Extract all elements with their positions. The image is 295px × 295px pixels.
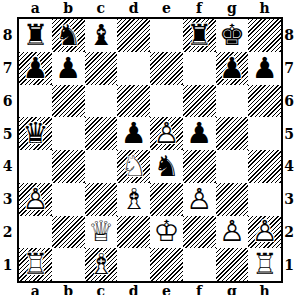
piece-black-rook: ♜ <box>19 19 52 52</box>
piece-white-pawn: ♙ <box>183 183 216 216</box>
rank-label-7: 7 <box>0 52 15 85</box>
rank-label-2: 2 <box>283 216 295 249</box>
piece-white-rook-fill: ♜ <box>248 248 281 281</box>
file-label-f: f <box>183 283 216 295</box>
square-f5[interactable]: ♟ <box>183 117 216 150</box>
file-label-a: a <box>19 0 52 17</box>
square-g7[interactable]: ♟ <box>216 52 249 85</box>
square-g3[interactable] <box>216 183 249 216</box>
file-label-g: g <box>216 0 249 17</box>
square-h6[interactable] <box>248 85 281 118</box>
rank-label-1: 1 <box>283 248 295 281</box>
square-d1[interactable] <box>117 248 150 281</box>
rank-labels-left: 87654321 <box>0 19 15 281</box>
rank-label-1: 1 <box>0 248 15 281</box>
piece-white-rook-fill: ♜ <box>19 248 52 281</box>
square-a7[interactable]: ♟ <box>19 52 52 85</box>
square-a2[interactable] <box>19 216 52 249</box>
rank-label-3: 3 <box>283 183 295 216</box>
square-e1[interactable] <box>150 248 183 281</box>
square-h4[interactable] <box>248 150 281 183</box>
square-b4[interactable] <box>52 150 85 183</box>
piece-black-bishop: ♝ <box>85 19 118 52</box>
piece-black-knight: ♞ <box>150 150 183 183</box>
chess-diagram: abcdefgh 87654321 87654321 abcdefgh ♜♞♝♜… <box>0 0 295 295</box>
file-label-g: g <box>216 283 249 295</box>
square-d4[interactable]: ♞♘ <box>117 150 150 183</box>
piece-white-pawn: ♙ <box>150 117 183 150</box>
file-label-f: f <box>183 0 216 17</box>
piece-black-pawn: ♟ <box>216 52 249 85</box>
square-g8[interactable]: ♚ <box>216 19 249 52</box>
square-c7[interactable] <box>85 52 118 85</box>
square-h1[interactable]: ♜♖ <box>248 248 281 281</box>
square-f8[interactable]: ♜ <box>183 19 216 52</box>
file-labels-top: abcdefgh <box>19 0 281 16</box>
piece-black-king: ♚ <box>216 19 249 52</box>
square-a3[interactable]: ♟♙ <box>19 183 52 216</box>
square-e2[interactable]: ♚♔ <box>150 216 183 249</box>
piece-black-pawn: ♟ <box>248 52 281 85</box>
rank-label-5: 5 <box>0 117 15 150</box>
piece-white-queen-fill: ♛ <box>85 216 118 249</box>
rank-label-8: 8 <box>283 19 295 52</box>
piece-white-bishop: ♗ <box>85 248 118 281</box>
square-c1[interactable]: ♝♗ <box>85 248 118 281</box>
piece-white-bishop-fill: ♝ <box>85 248 118 281</box>
piece-black-pawn: ♟ <box>183 117 216 150</box>
square-g5[interactable] <box>216 117 249 150</box>
piece-white-bishop: ♗ <box>117 183 150 216</box>
rank-label-4: 4 <box>283 150 295 183</box>
rank-label-2: 2 <box>0 216 15 249</box>
square-e4[interactable]: ♞ <box>150 150 183 183</box>
square-d6[interactable] <box>117 85 150 118</box>
rank-label-6: 6 <box>283 85 295 118</box>
square-c4[interactable] <box>85 150 118 183</box>
square-g6[interactable] <box>216 85 249 118</box>
piece-white-rook: ♖ <box>248 248 281 281</box>
square-h7[interactable]: ♟ <box>248 52 281 85</box>
square-e7[interactable] <box>150 52 183 85</box>
file-label-c: c <box>85 0 118 17</box>
file-label-h: h <box>248 283 281 295</box>
file-label-b: b <box>52 283 85 295</box>
rank-label-8: 8 <box>0 19 15 52</box>
square-b6[interactable] <box>52 85 85 118</box>
square-f2[interactable] <box>183 216 216 249</box>
square-a6[interactable] <box>19 85 52 118</box>
square-e8[interactable] <box>150 19 183 52</box>
file-label-e: e <box>150 283 183 295</box>
piece-black-rook: ♜ <box>183 19 216 52</box>
piece-black-pawn: ♟ <box>52 52 85 85</box>
file-label-c: c <box>85 283 118 295</box>
piece-black-pawn: ♟ <box>19 52 52 85</box>
square-d8[interactable] <box>117 19 150 52</box>
file-label-d: d <box>117 0 150 17</box>
square-h8[interactable] <box>248 19 281 52</box>
piece-white-knight-fill: ♞ <box>117 150 150 183</box>
rank-label-7: 7 <box>283 52 295 85</box>
square-f4[interactable] <box>183 150 216 183</box>
file-label-a: a <box>19 283 52 295</box>
square-g1[interactable] <box>216 248 249 281</box>
piece-white-knight: ♘ <box>117 150 150 183</box>
square-d3[interactable]: ♝♗ <box>117 183 150 216</box>
piece-black-queen: ♛ <box>19 117 52 150</box>
file-label-b: b <box>52 0 85 17</box>
square-b2[interactable] <box>52 216 85 249</box>
square-e6[interactable] <box>150 85 183 118</box>
file-label-d: d <box>117 283 150 295</box>
square-c8[interactable]: ♝ <box>85 19 118 52</box>
square-a4[interactable] <box>19 150 52 183</box>
piece-white-king: ♔ <box>150 216 183 249</box>
square-f1[interactable] <box>183 248 216 281</box>
rank-label-3: 3 <box>0 183 15 216</box>
piece-white-pawn-fill: ♟ <box>248 216 281 249</box>
piece-white-pawn: ♙ <box>248 216 281 249</box>
piece-white-king-fill: ♚ <box>150 216 183 249</box>
piece-white-pawn-fill: ♟ <box>19 183 52 216</box>
file-labels-bottom: abcdefgh <box>19 283 281 295</box>
square-h3[interactable] <box>248 183 281 216</box>
file-label-h: h <box>248 0 281 17</box>
piece-white-bishop-fill: ♝ <box>117 183 150 216</box>
piece-white-rook: ♖ <box>19 248 52 281</box>
square-b7[interactable]: ♟ <box>52 52 85 85</box>
square-d5[interactable]: ♟ <box>117 117 150 150</box>
square-c6[interactable] <box>85 85 118 118</box>
piece-white-pawn-fill: ♟ <box>150 117 183 150</box>
piece-white-queen: ♕ <box>85 216 118 249</box>
square-g2[interactable]: ♟♙ <box>216 216 249 249</box>
piece-white-pawn: ♙ <box>19 183 52 216</box>
square-f7[interactable] <box>183 52 216 85</box>
square-e5[interactable]: ♟♙ <box>150 117 183 150</box>
rank-label-5: 5 <box>283 117 295 150</box>
piece-black-pawn: ♟ <box>117 117 150 150</box>
piece-white-pawn-fill: ♟ <box>216 216 249 249</box>
square-a1[interactable]: ♜♖ <box>19 248 52 281</box>
square-f6[interactable] <box>183 85 216 118</box>
square-g4[interactable] <box>216 150 249 183</box>
square-b5[interactable] <box>52 117 85 150</box>
chess-board: ♜♞♝♜♚♟♟♟♟♛♟♟♙♟♞♘♞♟♙♝♗♟♙♛♕♚♔♟♙♟♙♜♖♝♗♜♖ <box>17 17 283 283</box>
piece-black-knight: ♞ <box>52 19 85 52</box>
square-h5[interactable] <box>248 117 281 150</box>
piece-white-pawn-fill: ♟ <box>183 183 216 216</box>
square-c5[interactable] <box>85 117 118 150</box>
rank-labels-right: 87654321 <box>283 19 295 281</box>
square-d2[interactable] <box>117 216 150 249</box>
square-d7[interactable] <box>117 52 150 85</box>
square-c3[interactable] <box>85 183 118 216</box>
square-b8[interactable]: ♞ <box>52 19 85 52</box>
file-label-e: e <box>150 0 183 17</box>
square-b1[interactable] <box>52 248 85 281</box>
rank-label-6: 6 <box>0 85 15 118</box>
square-e3[interactable] <box>150 183 183 216</box>
square-c2[interactable]: ♛♕ <box>85 216 118 249</box>
square-b3[interactable] <box>52 183 85 216</box>
square-a5[interactable]: ♛ <box>19 117 52 150</box>
square-f3[interactable]: ♟♙ <box>183 183 216 216</box>
square-a8[interactable]: ♜ <box>19 19 52 52</box>
rank-label-4: 4 <box>0 150 15 183</box>
piece-white-pawn: ♙ <box>216 216 249 249</box>
square-h2[interactable]: ♟♙ <box>248 216 281 249</box>
